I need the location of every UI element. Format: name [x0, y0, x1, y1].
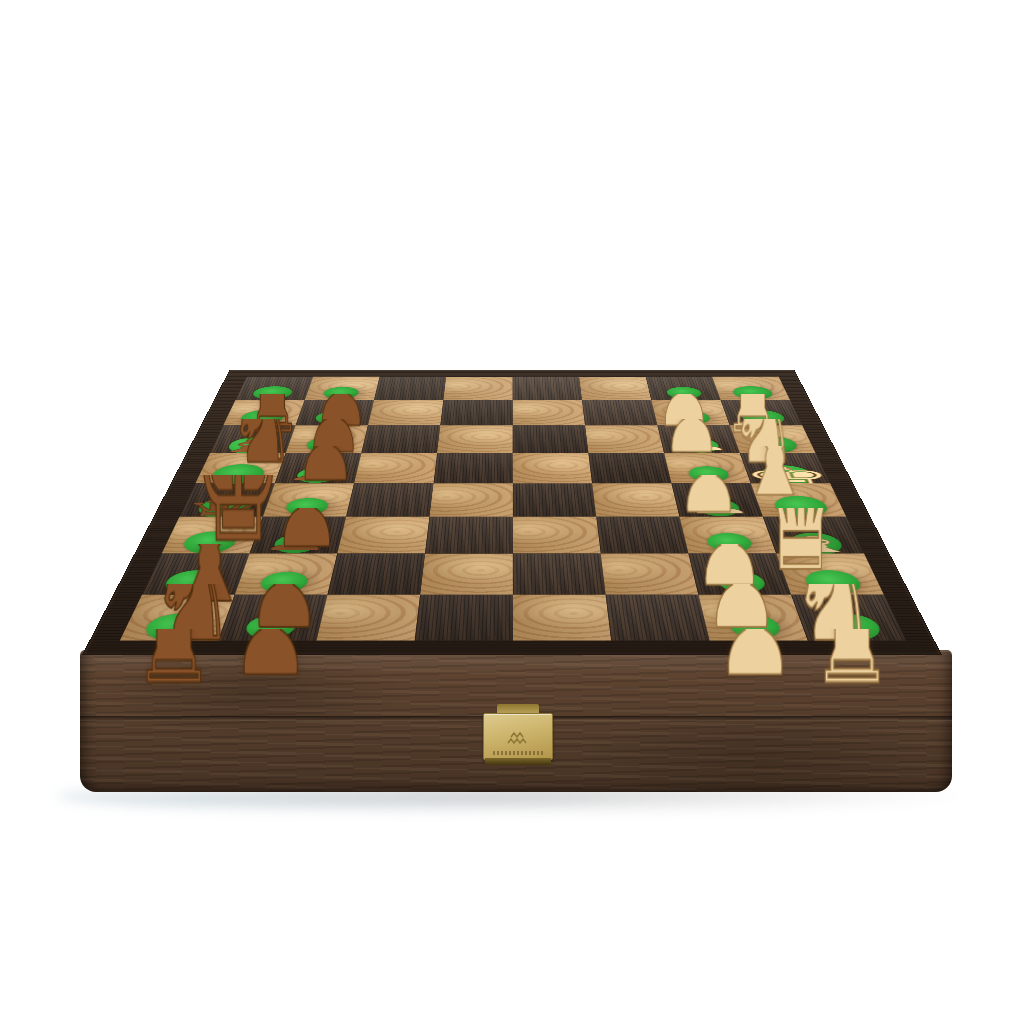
square-e4 — [513, 453, 592, 483]
square-g5 — [440, 400, 512, 425]
square-d6 — [346, 483, 433, 516]
square-e3 — [588, 453, 671, 483]
square-c5 — [425, 517, 513, 554]
square-a2: ♟ — [698, 595, 807, 641]
square-a1: ♜ — [791, 595, 906, 641]
square-f6 — [361, 425, 440, 453]
square-f3 — [585, 425, 664, 453]
square-g4 — [513, 400, 585, 425]
square-d5 — [429, 483, 512, 516]
square-h6 — [374, 377, 446, 400]
square-a8: ♜ — [120, 595, 235, 641]
square-b4 — [513, 554, 606, 595]
square-c4 — [513, 517, 601, 554]
square-h4 — [513, 377, 582, 400]
square-a6 — [316, 595, 420, 641]
square-b3 — [601, 554, 699, 595]
square-d4 — [513, 483, 596, 516]
square-b6 — [327, 554, 425, 595]
square-g6 — [368, 400, 443, 425]
chessboard: ♜♟♟♜♞♟♟♞♝♟♟♝♚♟♟♚♛♟♟♛♝♟♟♝♞♟♟♞♜♟♟♜ — [120, 377, 906, 641]
square-a4 — [513, 595, 611, 641]
square-a3 — [606, 595, 710, 641]
square-c3 — [596, 517, 688, 554]
square-a5 — [415, 595, 513, 641]
square-e5 — [433, 453, 512, 483]
square-b5 — [420, 554, 513, 595]
square-h3 — [579, 377, 651, 400]
square-f4 — [513, 425, 589, 453]
square-c6 — [337, 517, 429, 554]
square-f5 — [437, 425, 513, 453]
square-d3 — [592, 483, 679, 516]
square-h5 — [443, 377, 512, 400]
square-a7: ♟ — [218, 595, 327, 641]
chess-set-product-photo: ♜♟♟♜♞♟♟♞♝♟♟♝♚♟♟♚♛♟♟♛♝♟♟♝♞♟♟♞♜♟♟♜ — [0, 0, 1024, 1024]
perspective-wrapper: ♜♟♟♜♞♟♟♞♝♟♟♝♚♟♟♚♛♟♟♛♝♟♟♝♞♟♟♞♜♟♟♜ — [0, 0, 1024, 1024]
board-frame: ♜♟♟♜♞♟♟♞♝♟♟♝♚♟♟♚♛♟♟♛♝♟♟♝♞♟♟♞♜♟♟♜ — [82, 370, 942, 655]
square-g3 — [582, 400, 657, 425]
square-e6 — [354, 453, 437, 483]
